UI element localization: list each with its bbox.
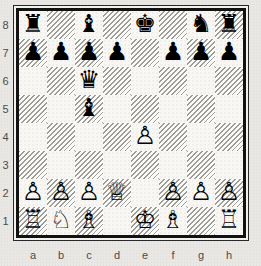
rank-label-8: 8 (0, 11, 11, 39)
square-b7: ♟ (47, 39, 75, 67)
piece-white-pawn: ♙ (162, 178, 184, 206)
piece-white-king: ♔ (134, 206, 156, 234)
file-label-a: a (19, 247, 47, 263)
piece-white-pawn: ♙ (190, 178, 212, 206)
square-d5 (103, 95, 131, 123)
square-a6 (19, 67, 47, 95)
square-d4 (103, 123, 131, 151)
file-labels: abcdefgh (19, 247, 243, 263)
rank-label-4: 4 (0, 123, 11, 151)
square-a5 (19, 95, 47, 123)
square-d8 (103, 11, 131, 39)
file-label-d: d (103, 247, 131, 263)
piece-black-pawn: ♟ (78, 38, 100, 66)
square-g2: ♙ (187, 179, 215, 207)
piece-white-pawn: ♙ (218, 178, 240, 206)
piece-white-bishop: ♗ (78, 206, 100, 234)
square-a8: ♜ (19, 11, 47, 39)
piece-black-bishop: ♝ (78, 94, 100, 122)
square-c7: ♟ (75, 39, 103, 67)
square-e3 (131, 151, 159, 179)
rank-label-2: 2 (0, 179, 11, 207)
square-b4 (47, 123, 75, 151)
file-label-h: h (215, 247, 243, 263)
square-a4 (19, 123, 47, 151)
square-g6 (187, 67, 215, 95)
square-d2: ♕ (103, 179, 131, 207)
square-h4 (215, 123, 243, 151)
square-b3 (47, 151, 75, 179)
square-c4 (75, 123, 103, 151)
square-a7: ♟ (19, 39, 47, 67)
square-c2: ♙ (75, 179, 103, 207)
piece-white-rook: ♖ (218, 206, 240, 234)
square-c8: ♝ (75, 11, 103, 39)
chess-board-border: ♜♝♚♞♜♟♟♟♟♟♟♟♛♝♙♙♙♙♕♙♙♙♖♘♗♔♗♖ (16, 8, 246, 238)
square-e7 (131, 39, 159, 67)
chess-diagram-page: 87654321 ♜♝♚♞♜♟♟♟♟♟♟♟♛♝♙♙♙♙♕♙♙♙♖♘♗♔♗♖ ab… (0, 0, 261, 266)
square-d7: ♟ (103, 39, 131, 67)
square-b6 (47, 67, 75, 95)
piece-white-pawn: ♙ (22, 178, 44, 206)
square-c6: ♛ (75, 67, 103, 95)
square-h8: ♜ (215, 11, 243, 39)
square-h3 (215, 151, 243, 179)
square-a1: ♖ (19, 207, 47, 235)
square-b2: ♙ (47, 179, 75, 207)
square-g1 (187, 207, 215, 235)
square-a3 (19, 151, 47, 179)
rank-label-6: 6 (0, 67, 11, 95)
square-e4: ♙ (131, 123, 159, 151)
square-g8: ♞ (187, 11, 215, 39)
piece-black-pawn: ♟ (162, 38, 184, 66)
square-e6 (131, 67, 159, 95)
square-b5 (47, 95, 75, 123)
piece-black-rook: ♜ (22, 10, 44, 38)
square-f1: ♗ (159, 207, 187, 235)
square-b1: ♘ (47, 207, 75, 235)
piece-white-pawn: ♙ (78, 178, 100, 206)
square-e2 (131, 179, 159, 207)
piece-white-knight: ♘ (50, 206, 72, 234)
square-g4 (187, 123, 215, 151)
square-e8: ♚ (131, 11, 159, 39)
square-c3 (75, 151, 103, 179)
square-f7: ♟ (159, 39, 187, 67)
piece-black-rook: ♜ (218, 10, 240, 38)
square-h1: ♖ (215, 207, 243, 235)
square-a2: ♙ (19, 179, 47, 207)
piece-white-pawn: ♙ (50, 178, 72, 206)
square-h6 (215, 67, 243, 95)
piece-black-bishop: ♝ (78, 10, 100, 38)
square-f4 (159, 123, 187, 151)
file-label-c: c (75, 247, 103, 263)
piece-white-queen: ♕ (106, 178, 128, 206)
square-g3 (187, 151, 215, 179)
square-f8 (159, 11, 187, 39)
file-label-g: g (187, 247, 215, 263)
piece-black-pawn: ♟ (190, 38, 212, 66)
square-c1: ♗ (75, 207, 103, 235)
piece-black-king: ♚ (134, 10, 156, 38)
square-f3 (159, 151, 187, 179)
rank-label-1: 1 (0, 207, 11, 235)
square-c5: ♝ (75, 95, 103, 123)
square-d1 (103, 207, 131, 235)
square-g7: ♟ (187, 39, 215, 67)
square-f5 (159, 95, 187, 123)
chess-board-frame: ♜♝♚♞♜♟♟♟♟♟♟♟♛♝♙♙♙♙♕♙♙♙♖♘♗♔♗♖ (13, 5, 249, 241)
square-h5 (215, 95, 243, 123)
piece-black-queen: ♛ (78, 66, 100, 94)
rank-label-7: 7 (0, 39, 11, 67)
file-label-b: b (47, 247, 75, 263)
square-g5 (187, 95, 215, 123)
chess-board: ♜♝♚♞♜♟♟♟♟♟♟♟♛♝♙♙♙♙♕♙♙♙♖♘♗♔♗♖ (19, 11, 243, 235)
piece-black-pawn: ♟ (50, 38, 72, 66)
square-d6 (103, 67, 131, 95)
rank-label-5: 5 (0, 95, 11, 123)
piece-white-bishop: ♗ (162, 206, 184, 234)
square-e5 (131, 95, 159, 123)
square-b8 (47, 11, 75, 39)
piece-white-rook: ♖ (22, 206, 44, 234)
file-label-e: e (131, 247, 159, 263)
square-f2: ♙ (159, 179, 187, 207)
piece-black-pawn: ♟ (106, 38, 128, 66)
piece-black-knight: ♞ (190, 10, 212, 38)
piece-black-pawn: ♟ (218, 38, 240, 66)
square-d3 (103, 151, 131, 179)
square-h7: ♟ (215, 39, 243, 67)
file-label-f: f (159, 247, 187, 263)
piece-white-pawn: ♙ (134, 122, 156, 150)
square-e1: ♔ (131, 207, 159, 235)
piece-black-pawn: ♟ (22, 38, 44, 66)
square-h2: ♙ (215, 179, 243, 207)
square-f6 (159, 67, 187, 95)
rank-label-3: 3 (0, 151, 11, 179)
